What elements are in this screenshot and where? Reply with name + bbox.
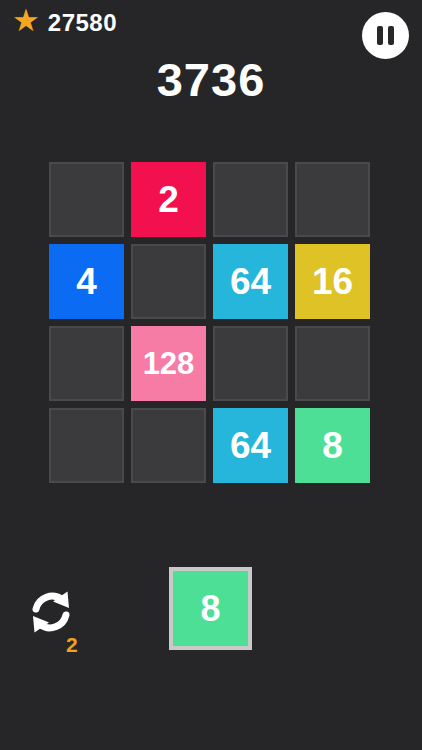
tile-4: 4 [49,244,124,319]
empty-cell [49,408,124,483]
tile-64: 64 [213,408,288,483]
empty-cell [131,408,206,483]
undo-count: 2 [66,633,78,657]
best-score: ★ 27580 [12,6,117,40]
tile-2: 2 [131,162,206,237]
empty-cell [49,162,124,237]
current-score: 3736 [0,52,422,107]
empty-cell [131,244,206,319]
empty-cell [213,162,288,237]
game-screen: ★ 27580 3736 246416128648 2 8 [0,0,422,750]
tile-64: 64 [213,244,288,319]
empty-cell [295,326,370,401]
star-icon: ★ [12,4,40,38]
pause-icon [377,26,394,45]
tile-8: 8 [295,408,370,483]
best-score-value: 27580 [48,9,117,37]
tile-16: 16 [295,244,370,319]
tile-128: 128 [131,326,206,401]
next-tile-preview[interactable]: 8 [169,567,252,650]
empty-cell [213,326,288,401]
undo-button[interactable]: 2 [27,588,87,660]
empty-cell [49,326,124,401]
refresh-icon [27,588,75,636]
empty-cell [295,162,370,237]
board-grid[interactable]: 246416128648 [49,162,370,483]
next-tile-value: 8 [200,588,220,630]
